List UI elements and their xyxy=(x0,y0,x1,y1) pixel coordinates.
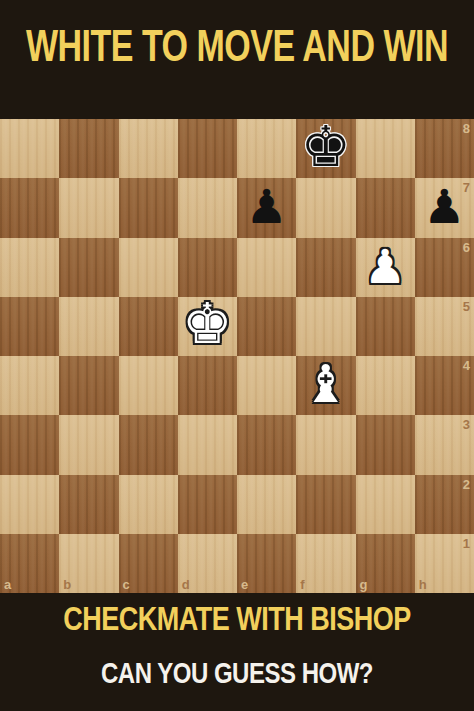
square-a5 xyxy=(0,297,59,356)
square-b6 xyxy=(59,238,118,297)
rank-label-4: 4 xyxy=(463,359,470,372)
chess-puzzle-poster: WHITE TO MOVE AND WIN ♚8♟7♟♟6♚5♝432abcde… xyxy=(0,0,474,711)
file-label-c: c xyxy=(123,578,130,591)
square-h3: 3 xyxy=(415,415,474,474)
square-g6: ♟ xyxy=(356,238,415,297)
square-f3 xyxy=(296,415,355,474)
square-c2 xyxy=(119,475,178,534)
footer-question: CAN YOU GUESS HOW? xyxy=(101,656,373,691)
rank-label-6: 6 xyxy=(463,241,470,254)
square-a1: a xyxy=(0,534,59,593)
square-c5 xyxy=(119,297,178,356)
square-h1: 1h xyxy=(415,534,474,593)
rank-label-5: 5 xyxy=(463,300,470,313)
square-b1: b xyxy=(59,534,118,593)
file-label-h: h xyxy=(419,578,427,591)
file-label-b: b xyxy=(63,578,71,591)
square-a3 xyxy=(0,415,59,474)
square-f4: ♝ xyxy=(296,356,355,415)
square-e7: ♟ xyxy=(237,178,296,237)
square-g1: g xyxy=(356,534,415,593)
square-e1: e xyxy=(237,534,296,593)
square-e6 xyxy=(237,238,296,297)
square-b7 xyxy=(59,178,118,237)
square-e3 xyxy=(237,415,296,474)
square-f7 xyxy=(296,178,355,237)
white-bishop-f4: ♝ xyxy=(303,358,350,410)
square-c1: c xyxy=(119,534,178,593)
black-pawn-h7: ♟ xyxy=(423,183,465,230)
white-pawn-g6: ♟ xyxy=(364,243,406,290)
square-h4: 4 xyxy=(415,356,474,415)
top-banner: WHITE TO MOVE AND WIN xyxy=(0,0,474,119)
square-g5 xyxy=(356,297,415,356)
square-a6 xyxy=(0,238,59,297)
square-a2 xyxy=(0,475,59,534)
square-e4 xyxy=(237,356,296,415)
square-d5: ♚ xyxy=(178,297,237,356)
chess-board: ♚8♟7♟♟6♚5♝432abcdefg1h xyxy=(0,119,474,593)
file-label-e: e xyxy=(241,578,248,591)
square-f2 xyxy=(296,475,355,534)
square-e2 xyxy=(237,475,296,534)
file-label-a: a xyxy=(4,578,11,591)
square-h2: 2 xyxy=(415,475,474,534)
square-h8: 8 xyxy=(415,119,474,178)
black-pawn-e7: ♟ xyxy=(246,183,288,230)
rank-label-2: 2 xyxy=(463,478,470,491)
square-b2 xyxy=(59,475,118,534)
square-g3 xyxy=(356,415,415,474)
square-a4 xyxy=(0,356,59,415)
square-d7 xyxy=(178,178,237,237)
square-d2 xyxy=(178,475,237,534)
square-d1: d xyxy=(178,534,237,593)
square-f6 xyxy=(296,238,355,297)
square-d4 xyxy=(178,356,237,415)
square-b3 xyxy=(59,415,118,474)
footer-subtitle: CHECKMATE WITH BISHOP xyxy=(63,600,411,639)
square-f1: f xyxy=(296,534,355,593)
square-a8 xyxy=(0,119,59,178)
rank-label-1: 1 xyxy=(463,537,470,550)
square-c3 xyxy=(119,415,178,474)
square-g8 xyxy=(356,119,415,178)
rank-label-8: 8 xyxy=(463,122,470,135)
square-b4 xyxy=(59,356,118,415)
square-b8 xyxy=(59,119,118,178)
square-d6 xyxy=(178,238,237,297)
square-f8: ♚ xyxy=(296,119,355,178)
square-c8 xyxy=(119,119,178,178)
square-b5 xyxy=(59,297,118,356)
square-g4 xyxy=(356,356,415,415)
square-c6 xyxy=(119,238,178,297)
square-e5 xyxy=(237,297,296,356)
black-king-f8: ♚ xyxy=(301,119,351,175)
square-h6: 6 xyxy=(415,238,474,297)
square-g7 xyxy=(356,178,415,237)
square-a7 xyxy=(0,178,59,237)
bottom-banner: CHECKMATE WITH BISHOP CAN YOU GUESS HOW? xyxy=(0,593,474,711)
square-f5 xyxy=(296,297,355,356)
square-h5: 5 xyxy=(415,297,474,356)
square-d3 xyxy=(178,415,237,474)
page-title: WHITE TO MOVE AND WIN xyxy=(26,21,448,72)
file-label-d: d xyxy=(182,578,190,591)
square-h7: 7♟ xyxy=(415,178,474,237)
square-e8 xyxy=(237,119,296,178)
rank-label-3: 3 xyxy=(463,418,470,431)
file-label-f: f xyxy=(300,578,304,591)
square-d8 xyxy=(178,119,237,178)
square-g2 xyxy=(356,475,415,534)
square-c4 xyxy=(119,356,178,415)
file-label-g: g xyxy=(360,578,368,591)
square-c7 xyxy=(119,178,178,237)
white-king-d5: ♚ xyxy=(182,296,232,352)
